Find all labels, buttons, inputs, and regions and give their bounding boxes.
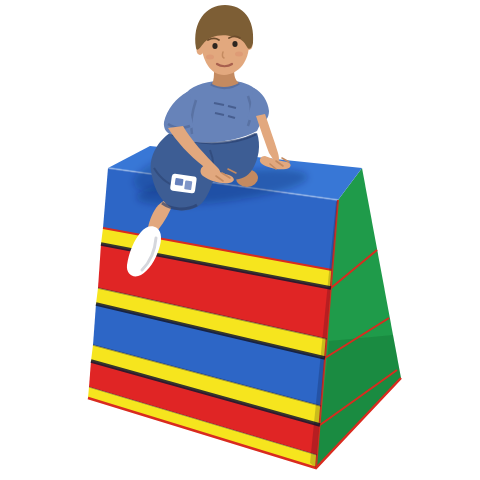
child-blush bbox=[235, 52, 243, 57]
child-blush bbox=[206, 55, 214, 60]
shorts-logo-patch bbox=[170, 173, 197, 193]
forearm-right bbox=[256, 114, 279, 163]
child-eye bbox=[232, 41, 237, 47]
product-photo bbox=[0, 0, 480, 480]
photo-canvas bbox=[0, 0, 480, 480]
child-eye bbox=[212, 43, 217, 49]
